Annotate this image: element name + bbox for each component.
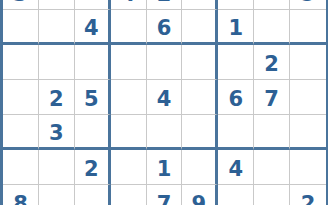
given-digit: 6 <box>157 18 172 39</box>
cell-r2-c5[interactable]: 2 <box>147 0 183 10</box>
cell-r3-c7[interactable]: 1 <box>218 10 254 45</box>
cell-r7-c4[interactable] <box>111 150 147 185</box>
cell-r6-c4[interactable] <box>111 115 147 150</box>
cell-r2-c2[interactable] <box>39 0 75 10</box>
cell-r2-c8[interactable] <box>254 0 290 10</box>
cell-r2-c3[interactable] <box>75 0 111 10</box>
given-digit: 1 <box>157 159 172 180</box>
cell-r7-c1[interactable] <box>3 150 39 185</box>
given-digit: 4 <box>121 0 136 5</box>
cell-r7-c5[interactable]: 1 <box>147 150 183 185</box>
cell-r5-c8[interactable]: 7 <box>254 80 290 115</box>
cell-r8-c6[interactable]: 9 <box>182 185 218 205</box>
given-digit: 1 <box>228 18 243 39</box>
given-digit: 6 <box>228 89 243 110</box>
cell-r3-c9[interactable] <box>290 10 326 45</box>
cell-r4-c6[interactable] <box>182 45 218 80</box>
given-digit: 2 <box>264 54 279 75</box>
cell-r7-c6[interactable] <box>182 150 218 185</box>
cell-r2-c9[interactable]: 5 <box>290 0 326 10</box>
cell-r5-c9[interactable] <box>290 80 326 115</box>
cell-r8-c8[interactable] <box>254 185 290 205</box>
given-digit: 9 <box>192 194 207 205</box>
given-digit: 4 <box>157 89 172 110</box>
cell-r4-c9[interactable] <box>290 45 326 80</box>
cell-r4-c3[interactable] <box>75 45 111 80</box>
cell-r7-c3[interactable]: 2 <box>75 150 111 185</box>
cell-r5-c1[interactable] <box>3 80 39 115</box>
cell-r3-c2[interactable] <box>39 10 75 45</box>
cell-r3-c8[interactable] <box>254 10 290 45</box>
given-digit: 2 <box>301 194 316 205</box>
cell-r8-c9[interactable]: 2 <box>290 185 326 205</box>
cell-r6-c2[interactable]: 3 <box>39 115 75 150</box>
given-digit: 2 <box>84 159 99 180</box>
cell-r4-c4[interactable] <box>111 45 147 80</box>
cell-r2-c7[interactable] <box>218 0 254 10</box>
cell-r6-c8[interactable] <box>254 115 290 150</box>
cell-r6-c5[interactable] <box>147 115 183 150</box>
sudoku-board-viewport: 342546122546732148792 <box>0 0 328 205</box>
given-digit: 5 <box>301 0 316 5</box>
given-digit: 7 <box>264 89 279 110</box>
cell-r5-c5[interactable]: 4 <box>147 80 183 115</box>
cell-r3-c1[interactable] <box>3 10 39 45</box>
cell-r8-c2[interactable] <box>39 185 75 205</box>
cell-r7-c8[interactable] <box>254 150 290 185</box>
cell-r5-c3[interactable]: 5 <box>75 80 111 115</box>
cell-r4-c7[interactable] <box>218 45 254 80</box>
cell-r8-c4[interactable] <box>111 185 147 205</box>
cell-r3-c4[interactable] <box>111 10 147 45</box>
cell-r5-c4[interactable] <box>111 80 147 115</box>
cell-r6-c6[interactable] <box>182 115 218 150</box>
cell-r7-c7[interactable]: 4 <box>218 150 254 185</box>
cell-r7-c9[interactable] <box>290 150 326 185</box>
cell-r2-c1[interactable]: 3 <box>3 0 39 10</box>
cell-r3-c3[interactable]: 4 <box>75 10 111 45</box>
cell-r4-c1[interactable] <box>3 45 39 80</box>
sudoku-grid: 342546122546732148792 <box>0 0 328 205</box>
given-digit: 4 <box>84 18 99 39</box>
cell-r6-c1[interactable] <box>3 115 39 150</box>
given-digit: 3 <box>49 123 64 144</box>
cell-r5-c6[interactable] <box>182 80 218 115</box>
cell-r7-c2[interactable] <box>39 150 75 185</box>
cell-r5-c7[interactable]: 6 <box>218 80 254 115</box>
given-digit: 8 <box>13 194 28 205</box>
given-digit: 3 <box>13 0 28 5</box>
cell-r8-c5[interactable]: 7 <box>147 185 183 205</box>
given-digit: 5 <box>84 89 99 110</box>
cell-r5-c2[interactable]: 2 <box>39 80 75 115</box>
cell-r6-c3[interactable] <box>75 115 111 150</box>
cell-r8-c7[interactable] <box>218 185 254 205</box>
cell-r3-c6[interactable] <box>182 10 218 45</box>
given-digit: 2 <box>49 89 64 110</box>
given-digit: 7 <box>157 194 172 205</box>
cell-r6-c7[interactable] <box>218 115 254 150</box>
cell-r8-c3[interactable] <box>75 185 111 205</box>
cell-r4-c2[interactable] <box>39 45 75 80</box>
cell-r2-c4[interactable]: 4 <box>111 0 147 10</box>
given-digit: 2 <box>157 0 172 5</box>
cell-r8-c1[interactable]: 8 <box>3 185 39 205</box>
cell-r4-c8[interactable]: 2 <box>254 45 290 80</box>
given-digit: 4 <box>228 159 243 180</box>
cell-r4-c5[interactable] <box>147 45 183 80</box>
cell-r3-c5[interactable]: 6 <box>147 10 183 45</box>
cell-r2-c6[interactable] <box>182 0 218 10</box>
cell-r6-c9[interactable] <box>290 115 326 150</box>
